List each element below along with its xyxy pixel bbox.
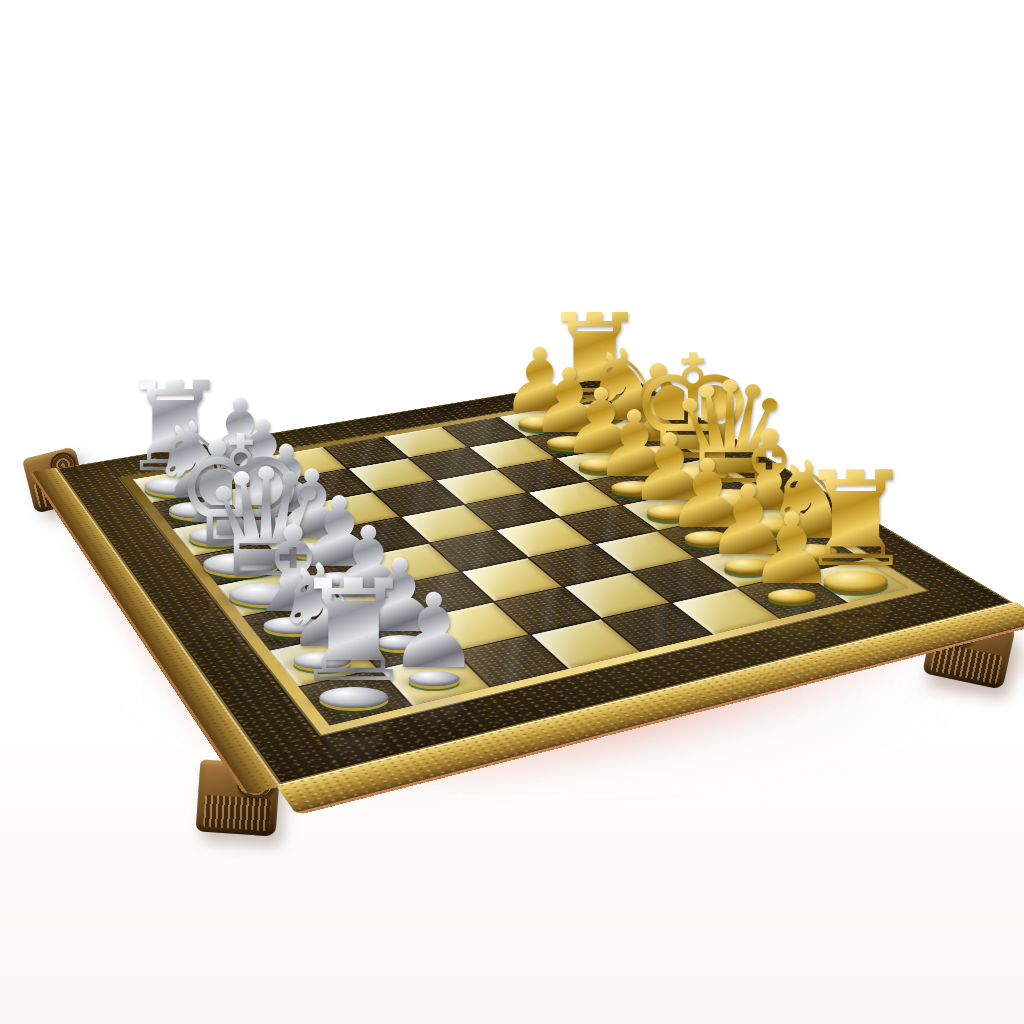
piece-black-pawn-a7[interactable]: ♟♟ bbox=[748, 512, 834, 603]
white-rook-glyph: ♜ bbox=[291, 565, 417, 699]
product-photo-scene: ♜♜♟♟♟♟♜♜♞♞♟♟♟♟♞♞♝♝♟♟♟♟♝♝♚♚♟♟♟♟♚♚♛♛♟♟♟♟♛♛… bbox=[0, 0, 1024, 1024]
column-flutes bbox=[203, 795, 271, 831]
piece-reflection: ♜ bbox=[296, 707, 413, 812]
black-pawn-glyph: ♟ bbox=[747, 503, 835, 596]
piece-white-rook-a1[interactable]: ♜♜ bbox=[292, 578, 416, 708]
piece-reflection: ♟ bbox=[751, 602, 833, 675]
